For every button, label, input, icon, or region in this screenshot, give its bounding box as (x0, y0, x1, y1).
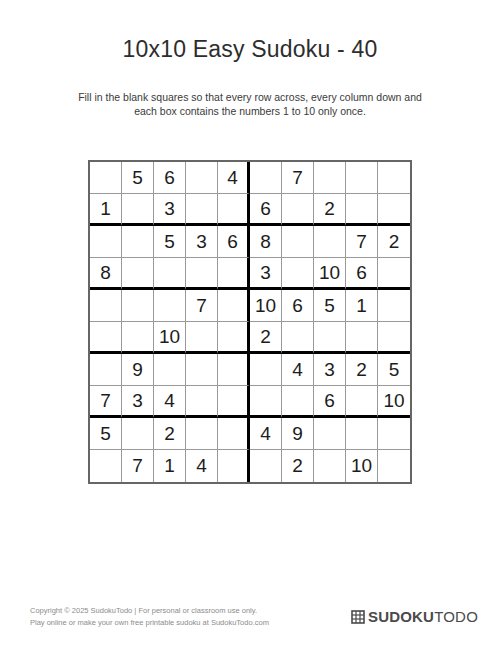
logo-text-sudoku: SUDOKU (368, 608, 434, 625)
sudoku-cell-r8c4[interactable] (186, 386, 218, 418)
logo-text: SUDOKUTODO (368, 608, 478, 626)
sudoku-cell-r1c10[interactable] (378, 162, 410, 194)
sudoku-cell-r2c10[interactable] (378, 194, 410, 226)
sudoku-cell-r3c4: 3 (186, 226, 218, 258)
sudoku-cell-r5c6: 10 (250, 290, 282, 322)
sudoku-cell-r3c2[interactable] (122, 226, 154, 258)
sudoku-cell-r6c1[interactable] (90, 322, 122, 354)
sudoku-cell-r10c1[interactable] (90, 450, 122, 482)
sudoku-cell-r6c8[interactable] (314, 322, 346, 354)
sudoku-cell-r8c7[interactable] (282, 386, 314, 418)
sudoku-cell-r10c3: 1 (154, 450, 186, 482)
sudoku-cell-r7c9: 2 (346, 354, 378, 386)
sudoku-cell-r6c5[interactable] (218, 322, 250, 354)
sudoku-cell-r10c7: 2 (282, 450, 314, 482)
sudoku-cell-r5c10[interactable] (378, 290, 410, 322)
sudoku-cell-r9c6: 4 (250, 418, 282, 450)
instructions-line-1: Fill in the blank squares so that every … (78, 91, 422, 103)
sudoku-cell-r10c10[interactable] (378, 450, 410, 482)
sudoku-cell-r3c5: 6 (218, 226, 250, 258)
sudoku-cell-r7c2: 9 (122, 354, 154, 386)
sudokutodo-logo: SUDOKUTODO (351, 608, 478, 626)
sudoku-cell-r5c9: 1 (346, 290, 378, 322)
sudoku-cell-r5c7: 6 (282, 290, 314, 322)
sudoku-cell-r6c9[interactable] (346, 322, 378, 354)
footer-copyright: Copyright © 2025 SudokuTodo | For person… (30, 605, 269, 628)
sudoku-cell-r9c10[interactable] (378, 418, 410, 450)
sudoku-cell-r3c9: 7 (346, 226, 378, 258)
sudoku-cell-r9c4[interactable] (186, 418, 218, 450)
sudoku-cell-r3c8[interactable] (314, 226, 346, 258)
sudoku-cell-r7c1[interactable] (90, 354, 122, 386)
logo-text-todo: TODO (434, 608, 478, 625)
sudoku-cell-r5c8: 5 (314, 290, 346, 322)
sudoku-cell-r7c7: 4 (282, 354, 314, 386)
sudoku-cell-r5c2[interactable] (122, 290, 154, 322)
sudoku-cell-r2c7[interactable] (282, 194, 314, 226)
sudoku-cell-r1c7: 7 (282, 162, 314, 194)
sudoku-cell-r4c3[interactable] (154, 258, 186, 290)
sudoku-cell-r10c5[interactable] (218, 450, 250, 482)
sudoku-cell-r4c6: 3 (250, 258, 282, 290)
sudoku-board: 5647136253687283106710651102943257346105… (88, 160, 412, 484)
grid-icon (351, 610, 365, 624)
sudoku-cell-r8c3: 4 (154, 386, 186, 418)
sudoku-cell-r7c3[interactable] (154, 354, 186, 386)
sudoku-cell-r10c6[interactable] (250, 450, 282, 482)
sudoku-cell-r7c6[interactable] (250, 354, 282, 386)
sudoku-cell-r2c5[interactable] (218, 194, 250, 226)
page-title: 10x10 Easy Sudoku - 40 (122, 36, 377, 63)
sudoku-cell-r7c10: 5 (378, 354, 410, 386)
sudoku-cell-r1c5: 4 (218, 162, 250, 194)
sudoku-cell-r4c4[interactable] (186, 258, 218, 290)
sudoku-cell-r2c8: 2 (314, 194, 346, 226)
instructions-line-2: each box contains the numbers 1 to 10 on… (134, 105, 366, 117)
sudoku-cell-r1c1[interactable] (90, 162, 122, 194)
sudoku-cell-r4c10[interactable] (378, 258, 410, 290)
instructions: Fill in the blank squares so that every … (78, 90, 422, 118)
sudoku-cell-r9c9[interactable] (346, 418, 378, 450)
sudoku-cell-r6c7[interactable] (282, 322, 314, 354)
sudoku-cell-r1c9[interactable] (346, 162, 378, 194)
sudoku-cell-r2c3: 3 (154, 194, 186, 226)
sudoku-cell-r3c3: 5 (154, 226, 186, 258)
sudoku-cell-r8c10: 10 (378, 386, 410, 418)
sudoku-cell-r8c9[interactable] (346, 386, 378, 418)
sudoku-cell-r10c8[interactable] (314, 450, 346, 482)
sudoku-cell-r7c5[interactable] (218, 354, 250, 386)
sudoku-cell-r8c6[interactable] (250, 386, 282, 418)
sudoku-cell-r1c4[interactable] (186, 162, 218, 194)
sudoku-cell-r2c4[interactable] (186, 194, 218, 226)
sudoku-cell-r3c7[interactable] (282, 226, 314, 258)
page: 10x10 Easy Sudoku - 40 Fill in the blank… (0, 0, 500, 647)
sudoku-cell-r9c1: 5 (90, 418, 122, 450)
sudoku-cell-r8c5[interactable] (218, 386, 250, 418)
sudoku-cell-r1c8[interactable] (314, 162, 346, 194)
footer-copyright-line-2: Play online or make your own free printa… (30, 617, 269, 629)
sudoku-cell-r2c2[interactable] (122, 194, 154, 226)
sudoku-cell-r2c6: 6 (250, 194, 282, 226)
sudoku-cell-r1c3: 6 (154, 162, 186, 194)
sudoku-cell-r9c2[interactable] (122, 418, 154, 450)
sudoku-cell-r7c8: 3 (314, 354, 346, 386)
sudoku-cell-r3c6: 8 (250, 226, 282, 258)
sudoku-cell-r9c3: 2 (154, 418, 186, 450)
sudoku-cell-r4c2[interactable] (122, 258, 154, 290)
footer-copyright-line-1: Copyright © 2025 SudokuTodo | For person… (30, 605, 269, 617)
sudoku-cell-r6c6: 2 (250, 322, 282, 354)
sudoku-cell-r5c1[interactable] (90, 290, 122, 322)
sudoku-cell-r8c1: 7 (90, 386, 122, 418)
sudoku-cell-r8c2: 3 (122, 386, 154, 418)
sudoku-cell-r5c4: 7 (186, 290, 218, 322)
sudoku-cell-r10c2: 7 (122, 450, 154, 482)
sudoku-cell-r2c1: 1 (90, 194, 122, 226)
sudoku-cell-r6c10[interactable] (378, 322, 410, 354)
sudoku-cell-r1c2: 5 (122, 162, 154, 194)
sudoku-cell-r3c1[interactable] (90, 226, 122, 258)
sudoku-cell-r4c9: 6 (346, 258, 378, 290)
sudoku-cell-r10c4: 4 (186, 450, 218, 482)
sudoku-cell-r9c8[interactable] (314, 418, 346, 450)
sudoku-cell-r9c5[interactable] (218, 418, 250, 450)
sudoku-cell-r9c7: 9 (282, 418, 314, 450)
sudoku-cell-r2c9[interactable] (346, 194, 378, 226)
sudoku-cell-r5c5[interactable] (218, 290, 250, 322)
sudoku-cell-r4c1: 8 (90, 258, 122, 290)
sudoku-cell-r3c10: 2 (378, 226, 410, 258)
footer: Copyright © 2025 SudokuTodo | For person… (30, 605, 478, 628)
sudoku-cell-r4c7[interactable] (282, 258, 314, 290)
sudoku-cell-r6c4[interactable] (186, 322, 218, 354)
sudoku-cell-r8c8: 6 (314, 386, 346, 418)
sudoku-cell-r6c3: 10 (154, 322, 186, 354)
sudoku-cell-r6c2[interactable] (122, 322, 154, 354)
sudoku-cell-r4c5[interactable] (218, 258, 250, 290)
sudoku-cell-r7c4[interactable] (186, 354, 218, 386)
sudoku-cell-r4c8: 10 (314, 258, 346, 290)
sudoku-cell-r5c3[interactable] (154, 290, 186, 322)
sudoku-cell-r1c6[interactable] (250, 162, 282, 194)
sudoku-cell-r10c9: 10 (346, 450, 378, 482)
